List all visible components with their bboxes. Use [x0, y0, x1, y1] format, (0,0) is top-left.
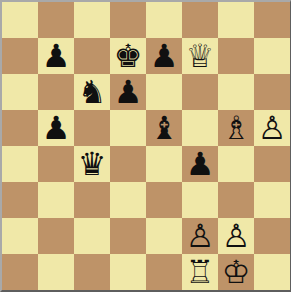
- white-pawn[interactable]: ♙: [186, 218, 215, 254]
- square-c4[interactable]: ♛: [74, 146, 110, 182]
- square-d3[interactable]: [110, 182, 146, 218]
- square-c1[interactable]: [74, 254, 110, 290]
- square-b8[interactable]: [38, 2, 74, 38]
- chess-board-frame: ♟♚♟♕♞♟♟♝♗♙♛♟♙♙♖♔: [0, 0, 291, 292]
- square-g4[interactable]: [218, 146, 254, 182]
- square-e8[interactable]: [146, 2, 182, 38]
- square-f8[interactable]: [182, 2, 218, 38]
- black-pawn[interactable]: ♟: [150, 38, 179, 74]
- square-a4[interactable]: [2, 146, 38, 182]
- square-f2[interactable]: ♙: [182, 218, 218, 254]
- square-f3[interactable]: [182, 182, 218, 218]
- square-a5[interactable]: [2, 110, 38, 146]
- black-pawn[interactable]: ♟: [186, 146, 215, 182]
- white-rook[interactable]: ♖: [186, 254, 215, 290]
- square-d1[interactable]: [110, 254, 146, 290]
- square-c6[interactable]: ♞: [74, 74, 110, 110]
- square-g5[interactable]: ♗: [218, 110, 254, 146]
- square-g6[interactable]: [218, 74, 254, 110]
- square-g1[interactable]: ♔: [218, 254, 254, 290]
- square-h6[interactable]: [254, 74, 290, 110]
- square-a2[interactable]: [2, 218, 38, 254]
- square-c5[interactable]: [74, 110, 110, 146]
- square-c7[interactable]: [74, 38, 110, 74]
- black-queen[interactable]: ♛: [78, 146, 107, 182]
- chess-board: ♟♚♟♕♞♟♟♝♗♙♛♟♙♙♖♔: [2, 2, 290, 290]
- square-h7[interactable]: [254, 38, 290, 74]
- square-f5[interactable]: [182, 110, 218, 146]
- square-d7[interactable]: ♚: [110, 38, 146, 74]
- black-pawn[interactable]: ♟: [42, 110, 71, 146]
- white-pawn[interactable]: ♙: [222, 218, 251, 254]
- black-knight[interactable]: ♞: [78, 74, 107, 110]
- square-a6[interactable]: [2, 74, 38, 110]
- square-f6[interactable]: [182, 74, 218, 110]
- square-c3[interactable]: [74, 182, 110, 218]
- square-c8[interactable]: [74, 2, 110, 38]
- square-d5[interactable]: [110, 110, 146, 146]
- square-h8[interactable]: [254, 2, 290, 38]
- square-h5[interactable]: ♙: [254, 110, 290, 146]
- white-bishop[interactable]: ♗: [222, 110, 251, 146]
- white-queen[interactable]: ♕: [186, 38, 215, 74]
- square-a8[interactable]: [2, 2, 38, 38]
- square-e2[interactable]: [146, 218, 182, 254]
- square-b6[interactable]: [38, 74, 74, 110]
- square-h3[interactable]: [254, 182, 290, 218]
- square-g3[interactable]: [218, 182, 254, 218]
- square-h1[interactable]: [254, 254, 290, 290]
- square-e3[interactable]: [146, 182, 182, 218]
- square-d6[interactable]: ♟: [110, 74, 146, 110]
- square-d4[interactable]: [110, 146, 146, 182]
- square-h2[interactable]: [254, 218, 290, 254]
- square-g8[interactable]: [218, 2, 254, 38]
- black-bishop[interactable]: ♝: [150, 110, 179, 146]
- square-f7[interactable]: ♕: [182, 38, 218, 74]
- square-b3[interactable]: [38, 182, 74, 218]
- square-a7[interactable]: [2, 38, 38, 74]
- white-king[interactable]: ♔: [222, 254, 251, 290]
- square-e5[interactable]: ♝: [146, 110, 182, 146]
- black-king[interactable]: ♚: [114, 38, 143, 74]
- square-e1[interactable]: [146, 254, 182, 290]
- square-d2[interactable]: [110, 218, 146, 254]
- square-b2[interactable]: [38, 218, 74, 254]
- square-d8[interactable]: [110, 2, 146, 38]
- square-b5[interactable]: ♟: [38, 110, 74, 146]
- square-e4[interactable]: [146, 146, 182, 182]
- square-e7[interactable]: ♟: [146, 38, 182, 74]
- square-f1[interactable]: ♖: [182, 254, 218, 290]
- square-b1[interactable]: [38, 254, 74, 290]
- square-b4[interactable]: [38, 146, 74, 182]
- square-e6[interactable]: [146, 74, 182, 110]
- square-g7[interactable]: [218, 38, 254, 74]
- square-a3[interactable]: [2, 182, 38, 218]
- square-a1[interactable]: [2, 254, 38, 290]
- black-pawn[interactable]: ♟: [114, 74, 143, 110]
- white-pawn[interactable]: ♙: [258, 110, 287, 146]
- square-c2[interactable]: [74, 218, 110, 254]
- square-f4[interactable]: ♟: [182, 146, 218, 182]
- square-g2[interactable]: ♙: [218, 218, 254, 254]
- square-b7[interactable]: ♟: [38, 38, 74, 74]
- square-h4[interactable]: [254, 146, 290, 182]
- black-pawn[interactable]: ♟: [42, 38, 71, 74]
